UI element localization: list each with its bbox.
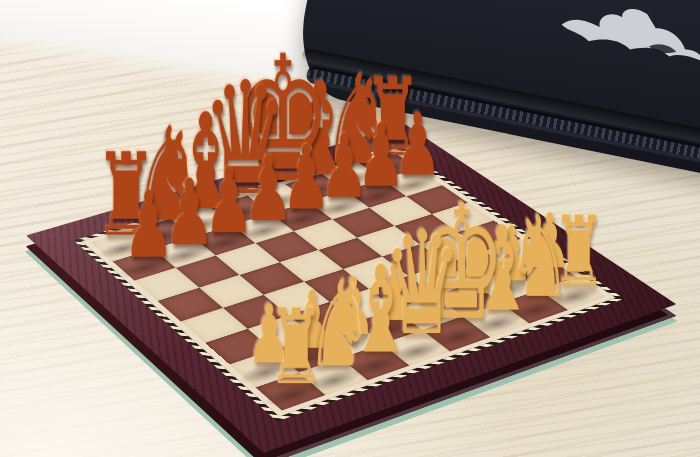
knight-logo (551, 0, 700, 80)
photo-scene: ♜♞♝♛♚♝♞♜♟♟♟♟♟♟♟♟♟♟♟♟♟♟♟♟♜♞♝♛♚♝♞♜ (0, 0, 700, 457)
white-rook[interactable]: ♜ (238, 298, 353, 397)
black-pawn[interactable]: ♟ (96, 181, 201, 268)
square-a7[interactable]: ♟ (112, 249, 175, 281)
square-a1[interactable]: ♜ (255, 372, 325, 410)
